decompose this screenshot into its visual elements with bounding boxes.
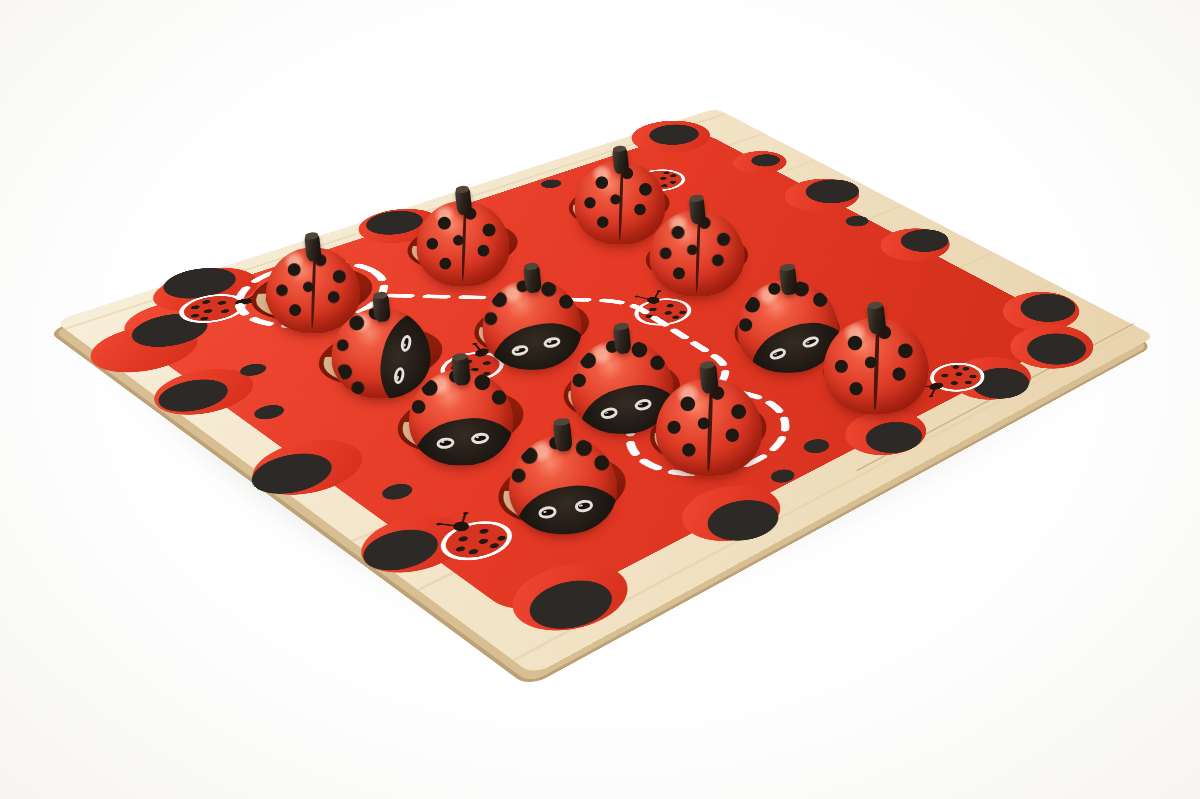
ladybug-eye-left bbox=[392, 367, 406, 386]
peg-handle bbox=[454, 187, 472, 215]
ladybug-eye-right bbox=[801, 334, 821, 350]
ladybug-eye-right bbox=[471, 432, 490, 445]
peg-handle bbox=[688, 196, 706, 225]
ladybug-eye-right bbox=[633, 398, 653, 413]
ladybug-piece-r4c2[interactable] bbox=[656, 378, 762, 476]
ladybug-piece-r1c2[interactable] bbox=[417, 201, 510, 287]
ladybug-piece-r4c1[interactable] bbox=[509, 435, 617, 534]
ladybug-eye-left bbox=[436, 436, 455, 449]
ladybug-eye-left bbox=[599, 406, 619, 421]
ladybug-piece-r2c2[interactable] bbox=[483, 279, 582, 370]
peg-handle bbox=[612, 324, 631, 355]
peg-handle bbox=[699, 363, 719, 395]
ladybug-eye-left bbox=[768, 346, 788, 362]
ladybug-eye-left bbox=[510, 343, 529, 357]
ladybug-eye-right bbox=[574, 499, 594, 513]
pieces-layer bbox=[0, 0, 1200, 799]
ladybug-head bbox=[410, 412, 513, 465]
peg-handle bbox=[451, 354, 471, 385]
ladybug-eye-right bbox=[543, 335, 562, 349]
ladybug-eye-right bbox=[399, 334, 413, 353]
ladybug-piece-r4c3[interactable] bbox=[824, 318, 929, 415]
peg-handle bbox=[553, 420, 573, 452]
ladybug-piece-r3c1[interactable] bbox=[409, 369, 513, 465]
ladybug-head bbox=[510, 478, 617, 535]
ladybug-piece-r2c3[interactable] bbox=[650, 210, 745, 297]
peg-handle bbox=[778, 265, 797, 295]
peg-handle bbox=[866, 303, 886, 335]
ladybug-head bbox=[484, 314, 581, 370]
ladybug-eye-left bbox=[538, 505, 558, 519]
peg-handle bbox=[304, 234, 322, 262]
